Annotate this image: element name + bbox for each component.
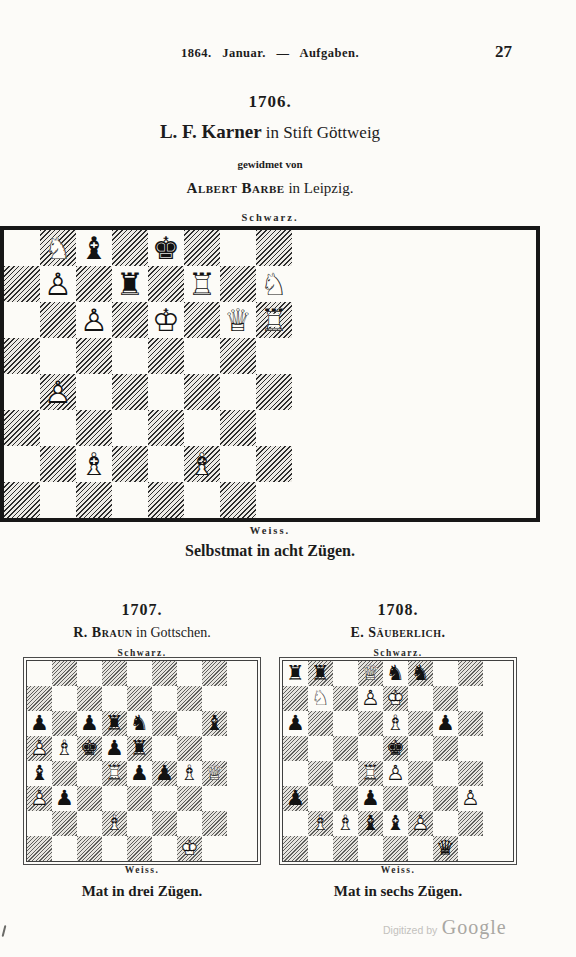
square-b2: ♝♗: [308, 811, 333, 836]
black-knight: ♞: [386, 663, 405, 684]
dedicatee-line: Albert Barbe in Leipzig.: [0, 180, 540, 197]
square-f6: [152, 711, 177, 736]
square-a4: ♝: [27, 761, 52, 786]
square-a5: [4, 338, 40, 374]
square-e7: [148, 266, 184, 302]
square-c4: [76, 374, 112, 410]
black-pawn: ♟: [155, 763, 174, 784]
white-pawn: ♟♙: [411, 813, 430, 834]
black-queen: ♛: [436, 838, 455, 859]
white-knight: ♞♘: [311, 688, 330, 709]
square-d1: [102, 836, 127, 861]
author-line: R. Braun in Gottschen.: [26, 625, 258, 641]
square-c5: [76, 338, 112, 374]
square-d5: ♟: [102, 736, 127, 761]
square-h3: [202, 786, 227, 811]
square-e7: [127, 686, 152, 711]
square-b7: ♟♙: [40, 266, 76, 302]
square-h8: [458, 661, 483, 686]
white-bishop: ♝♗: [311, 813, 330, 834]
google-logo: Google: [442, 916, 507, 938]
square-d4: ♜♖: [358, 761, 383, 786]
white-pawn: ♟♙: [30, 738, 49, 759]
square-c8: ♝: [76, 230, 112, 266]
square-e4: ♟: [127, 761, 152, 786]
square-h8: [256, 230, 292, 266]
square-c5: [333, 736, 358, 761]
black-side-label: Schwarz.: [26, 648, 258, 658]
square-b4: [308, 761, 333, 786]
square-c4: [77, 761, 102, 786]
square-f5: [152, 736, 177, 761]
square-d8: [112, 230, 148, 266]
white-pawn: ♟♙: [44, 269, 72, 300]
square-g4: ♝♗: [177, 761, 202, 786]
square-d8: [102, 661, 127, 686]
square-e6: ♚♔: [148, 302, 184, 338]
square-a7: [283, 686, 308, 711]
scanned-journal-page: 1864. Januar. — Aufgaben. 27 1706. L. F.…: [0, 0, 576, 957]
square-d7: ♟♙: [358, 686, 383, 711]
square-c7: [76, 266, 112, 302]
square-e4: ♟♙: [383, 761, 408, 786]
square-h7: ♞♘: [256, 266, 292, 302]
square-f7: [408, 686, 433, 711]
black-rook: ♜: [311, 663, 330, 684]
square-b8: [52, 661, 77, 686]
square-c6: [333, 711, 358, 736]
square-h5: [458, 736, 483, 761]
square-c2: ♝♗: [333, 811, 358, 836]
black-side-label: Schwarz.: [0, 212, 540, 223]
square-g7: [433, 686, 458, 711]
chessboard-1706: ♞♘♝♚♟♙♜♜♖♞♘♟♙♚♔♛♕♜♖♟♙♝♗♝♗: [0, 226, 540, 522]
black-pawn: ♟: [55, 788, 74, 809]
square-f4: [184, 374, 220, 410]
black-bishop: ♝: [386, 813, 405, 834]
watermark: Digitized by Google: [383, 916, 507, 939]
square-e6: ♝♗: [383, 711, 408, 736]
white-king: ♚♔: [180, 838, 199, 859]
square-g3: [220, 410, 256, 446]
black-bishop: ♝: [361, 813, 380, 834]
square-f3: [408, 786, 433, 811]
scan-artifact: [2, 925, 7, 937]
square-b3: [40, 410, 76, 446]
author-line: E. Säuberlich.: [282, 625, 514, 641]
black-bishop: ♝: [80, 233, 108, 264]
square-c5: ♚: [77, 736, 102, 761]
square-f8: ♞: [408, 661, 433, 686]
white-bishop: ♝♗: [105, 813, 124, 834]
black-pawn: ♟: [80, 713, 99, 734]
square-c1: [333, 836, 358, 861]
square-e4: [148, 374, 184, 410]
square-e3: [383, 786, 408, 811]
square-h7: [202, 686, 227, 711]
author-name: R. Braun: [73, 625, 132, 640]
square-a5: ♟♙: [27, 736, 52, 761]
square-d6: [112, 302, 148, 338]
white-pawn: ♟♙: [80, 305, 108, 336]
square-a6: ♟: [283, 711, 308, 736]
square-f4: ♟: [152, 761, 177, 786]
square-e8: ♞: [383, 661, 408, 686]
white-bishop: ♝♗: [336, 813, 355, 834]
square-b4: ♟♙: [40, 374, 76, 410]
square-d5: [112, 338, 148, 374]
square-d5: [358, 736, 383, 761]
square-h4: [256, 374, 292, 410]
square-f6: [408, 711, 433, 736]
square-f2: ♟♙: [408, 811, 433, 836]
square-e3: [148, 410, 184, 446]
black-pawn: ♟: [30, 713, 49, 734]
square-h1: [256, 482, 292, 518]
square-g6: ♛♕: [220, 302, 256, 338]
author-line: L. F. Karner in Stift Göttweig: [0, 121, 540, 143]
square-e1: [148, 482, 184, 518]
square-f8: [152, 661, 177, 686]
square-a5: [283, 736, 308, 761]
stipulation: Selbstmat in acht Zügen.: [0, 542, 540, 560]
square-a2: [283, 811, 308, 836]
white-bishop: ♝♗: [180, 763, 199, 784]
square-e1: [127, 836, 152, 861]
square-e7: ♚♔: [383, 686, 408, 711]
square-b6: [52, 711, 77, 736]
square-h1: [202, 836, 227, 861]
square-b5: ♝♗: [52, 736, 77, 761]
square-e2: [148, 446, 184, 482]
white-knight: ♞♘: [44, 233, 72, 264]
square-c3: [333, 786, 358, 811]
square-c8: [77, 661, 102, 686]
white-side-label: Weiss.: [0, 525, 540, 536]
black-rook: ♜: [130, 738, 149, 759]
square-d3: [102, 786, 127, 811]
black-king: ♚: [152, 233, 180, 264]
problem-1708: 1708. E. Säuberlich. Schwarz. ♜♜♛♕♞♞♞♘♟♙…: [282, 601, 514, 900]
black-knight: ♞: [130, 713, 149, 734]
white-side-label: Weiss.: [26, 865, 258, 875]
black-rook: ♜: [105, 713, 124, 734]
square-d2: [112, 446, 148, 482]
white-king: ♚♔: [152, 305, 180, 336]
square-g7: [220, 266, 256, 302]
square-h5: [202, 736, 227, 761]
square-f1: [408, 836, 433, 861]
square-a8: ♜: [283, 661, 308, 686]
square-g8: [220, 230, 256, 266]
square-g3: [177, 786, 202, 811]
black-side-label: Schwarz.: [282, 648, 514, 658]
square-f3: [184, 410, 220, 446]
dedicatee-name: Albert Barbe: [187, 180, 285, 196]
square-f2: [152, 811, 177, 836]
square-h1: [458, 836, 483, 861]
square-d1: [112, 482, 148, 518]
square-a6: ♟: [27, 711, 52, 736]
problem-number: 1706.: [0, 92, 540, 112]
square-f7: ♜♖: [184, 266, 220, 302]
square-h3: [256, 410, 292, 446]
square-a6: [4, 302, 40, 338]
square-a3: ♟: [283, 786, 308, 811]
black-pawn: ♟: [130, 763, 149, 784]
white-queen: ♛♕: [224, 305, 252, 336]
square-h5: [256, 338, 292, 374]
square-a3: [4, 410, 40, 446]
square-d3: ♟: [358, 786, 383, 811]
problem-number: 1707.: [26, 601, 258, 619]
square-c6: ♟♙: [76, 302, 112, 338]
square-g5: [433, 736, 458, 761]
square-g8: [177, 661, 202, 686]
square-g2: [433, 811, 458, 836]
square-e3: [127, 786, 152, 811]
square-c4: [333, 761, 358, 786]
square-g5: [177, 736, 202, 761]
square-c1: [76, 482, 112, 518]
square-f6: [184, 302, 220, 338]
square-c2: [77, 811, 102, 836]
black-pawn: ♟: [286, 713, 305, 734]
square-b8: ♞♘: [40, 230, 76, 266]
square-f1: [152, 836, 177, 861]
white-pawn: ♟♙: [361, 688, 380, 709]
dedicatee-location: in Leipzig.: [288, 180, 353, 196]
square-e2: ♝: [383, 811, 408, 836]
square-c7: [333, 686, 358, 711]
square-b2: [40, 446, 76, 482]
square-b5: [40, 338, 76, 374]
square-h6: ♝: [202, 711, 227, 736]
square-g1: ♚♔: [177, 836, 202, 861]
white-queen: ♛♕: [205, 763, 224, 784]
square-b6: [40, 302, 76, 338]
dedication-label: gewidmet von: [0, 158, 540, 170]
white-rook: ♜♖: [105, 763, 124, 784]
black-pawn: ♟: [361, 788, 380, 809]
black-rook: ♜: [116, 269, 144, 300]
square-g5: [220, 338, 256, 374]
square-c1: [77, 836, 102, 861]
white-pawn: ♟♙: [30, 788, 49, 809]
square-b3: ♟: [52, 786, 77, 811]
black-bishop: ♝: [30, 763, 49, 784]
square-b5: [308, 736, 333, 761]
square-h2: [458, 811, 483, 836]
square-d2: ♝: [358, 811, 383, 836]
square-g7: [177, 686, 202, 711]
square-e8: [127, 661, 152, 686]
square-f3: [152, 786, 177, 811]
square-b7: ♞♘: [308, 686, 333, 711]
square-e8: ♚: [148, 230, 184, 266]
square-f7: [152, 686, 177, 711]
square-d1: [358, 836, 383, 861]
square-h3: ♟♙: [458, 786, 483, 811]
square-g1: [220, 482, 256, 518]
black-pawn: ♟: [286, 788, 305, 809]
square-d6: ♜: [102, 711, 127, 736]
square-a4: [4, 374, 40, 410]
white-knight: ♞♘: [260, 269, 288, 300]
square-g1: ♛: [433, 836, 458, 861]
square-d7: [102, 686, 127, 711]
square-a1: [27, 836, 52, 861]
square-h7: [458, 686, 483, 711]
square-e5: [148, 338, 184, 374]
square-h4: [458, 761, 483, 786]
square-g6: [177, 711, 202, 736]
black-bishop: ♝: [205, 713, 224, 734]
author-location: in Stift Göttweig: [266, 123, 380, 142]
square-d8: ♛♕: [358, 661, 383, 686]
square-c3: [76, 410, 112, 446]
white-pawn: ♟♙: [44, 377, 72, 408]
white-bishop: ♝♗: [80, 449, 108, 480]
page-number: 27: [495, 42, 512, 62]
white-bishop: ♝♗: [188, 449, 216, 480]
square-a4: [283, 761, 308, 786]
square-f5: [408, 736, 433, 761]
black-pawn: ♟: [105, 738, 124, 759]
black-king: ♚: [386, 738, 405, 759]
problem-1707: 1707. R. Braun in Gottschen. Schwarz. ♟♟…: [26, 601, 258, 900]
white-king: ♚♔: [386, 688, 405, 709]
square-a7: [4, 266, 40, 302]
square-c2: ♝♗: [76, 446, 112, 482]
white-queen: ♛♕: [361, 663, 380, 684]
stipulation: Mat in sechs Zügen.: [282, 883, 514, 900]
square-a1: [283, 836, 308, 861]
chessboard-1708: ♜♜♛♕♞♞♞♘♟♙♚♔♟♝♗♟♚♜♖♟♙♟♟♟♙♝♗♝♗♝♝♟♙♛: [282, 660, 514, 862]
square-d3: [112, 410, 148, 446]
square-b4: [52, 761, 77, 786]
square-e5: ♜: [127, 736, 152, 761]
author-location: in Gottschen.: [136, 625, 211, 640]
black-pawn: ♟: [436, 713, 455, 734]
square-h4: ♛♕: [202, 761, 227, 786]
square-d6: [358, 711, 383, 736]
square-g2: [220, 446, 256, 482]
square-b1: [308, 836, 333, 861]
square-h6: ♜♖: [256, 302, 292, 338]
square-e1: [383, 836, 408, 861]
square-g2: [177, 811, 202, 836]
square-e2: [127, 811, 152, 836]
square-h6: [458, 711, 483, 736]
stipulation: Mat in drei Zügen.: [26, 883, 258, 900]
square-c3: [77, 786, 102, 811]
square-g4: [220, 374, 256, 410]
white-side-label: Weiss.: [282, 865, 514, 875]
square-b1: [40, 482, 76, 518]
square-a2: [4, 446, 40, 482]
square-b3: [308, 786, 333, 811]
square-a8: [4, 230, 40, 266]
white-pawn: ♟♙: [386, 763, 405, 784]
square-c6: ♟: [77, 711, 102, 736]
problem-1706: 1706. L. F. Karner in Stift Göttweig gew…: [0, 92, 540, 560]
black-king: ♚: [80, 738, 99, 759]
square-f5: [184, 338, 220, 374]
square-b1: [52, 836, 77, 861]
square-f4: [408, 761, 433, 786]
white-rook: ♜♖: [361, 763, 380, 784]
square-c7: [77, 686, 102, 711]
author-name: E. Säuberlich.: [350, 625, 445, 640]
square-d4: [112, 374, 148, 410]
square-e6: ♞: [127, 711, 152, 736]
white-rook: ♜♖: [260, 305, 288, 336]
square-h8: [202, 661, 227, 686]
square-b7: [52, 686, 77, 711]
square-b2: [52, 811, 77, 836]
running-title: 1864. Januar. — Aufgaben.: [0, 46, 540, 61]
square-f8: [184, 230, 220, 266]
white-rook: ♜♖: [188, 269, 216, 300]
square-g4: [433, 761, 458, 786]
square-b6: [308, 711, 333, 736]
square-a8: [27, 661, 52, 686]
square-g6: ♟: [433, 711, 458, 736]
black-rook: ♜: [286, 663, 305, 684]
square-g8: [433, 661, 458, 686]
square-d2: ♝♗: [102, 811, 127, 836]
author-name: L. F. Karner: [160, 121, 262, 142]
square-h2: [256, 446, 292, 482]
white-bishop: ♝♗: [55, 738, 74, 759]
watermark-prefix: Digitized by: [383, 924, 437, 936]
square-b8: ♜: [308, 661, 333, 686]
square-a3: ♟♙: [27, 786, 52, 811]
square-a2: [27, 811, 52, 836]
square-d4: ♜♖: [102, 761, 127, 786]
white-bishop: ♝♗: [386, 713, 405, 734]
problem-number: 1708.: [282, 601, 514, 619]
square-d7: ♜: [112, 266, 148, 302]
square-f1: [184, 482, 220, 518]
square-g3: [433, 786, 458, 811]
square-e5: ♚: [383, 736, 408, 761]
square-f2: ♝♗: [184, 446, 220, 482]
square-a7: [27, 686, 52, 711]
black-knight: ♞: [411, 663, 430, 684]
white-pawn: ♟♙: [461, 788, 480, 809]
chessboard-1707: ♟♟♜♞♝♟♙♝♗♚♟♜♝♜♖♟♟♝♗♛♕♟♙♟♝♗♚♔: [26, 660, 258, 862]
square-c8: [333, 661, 358, 686]
square-a1: [4, 482, 40, 518]
square-h2: [202, 811, 227, 836]
